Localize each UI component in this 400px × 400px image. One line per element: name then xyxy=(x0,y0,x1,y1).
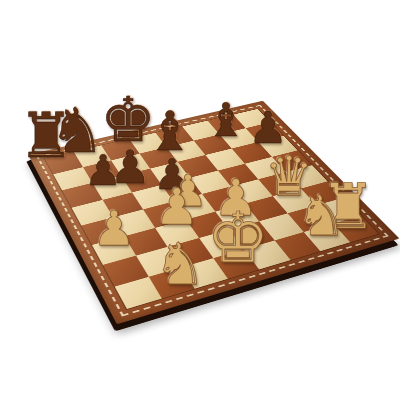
board-frame xyxy=(28,101,399,324)
board-grid xyxy=(45,109,379,309)
chess-board: ♜♞♚♝♝♟♟♟♟♟♟♟♟♛♞♚♞♜ xyxy=(0,0,400,400)
product-photo-scene: ♜♞♚♝♝♟♟♟♟♟♟♟♟♛♞♚♞♜ xyxy=(0,0,400,400)
